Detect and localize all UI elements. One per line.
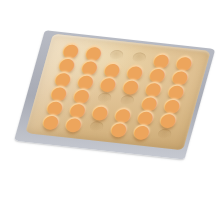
bubble-grid: ●●●●●●●●●●●●●●●●●●●●●●●●●●●●●●	[38, 42, 198, 143]
bubble-up-piece: ●	[158, 110, 179, 129]
bubble-up-piece: ●	[109, 119, 130, 138]
bubble-cell-r5c6[interactable]: ●	[155, 111, 182, 128]
bubble-up-piece: ●	[121, 76, 142, 95]
bubble-up-piece: ●	[98, 74, 119, 93]
bubble-down-socket	[157, 128, 173, 140]
bubble-up-piece: ●	[131, 122, 152, 141]
board-scene: ●●●●●●●●●●●●●●●●●●●●●●●●●●●●●●	[25, 34, 210, 151]
bubble-up-piece: ●	[63, 114, 84, 133]
bubble-up-piece: ●	[41, 112, 62, 131]
bubble-up-piece: ●	[90, 102, 111, 121]
bubble-down-socket	[89, 121, 105, 133]
